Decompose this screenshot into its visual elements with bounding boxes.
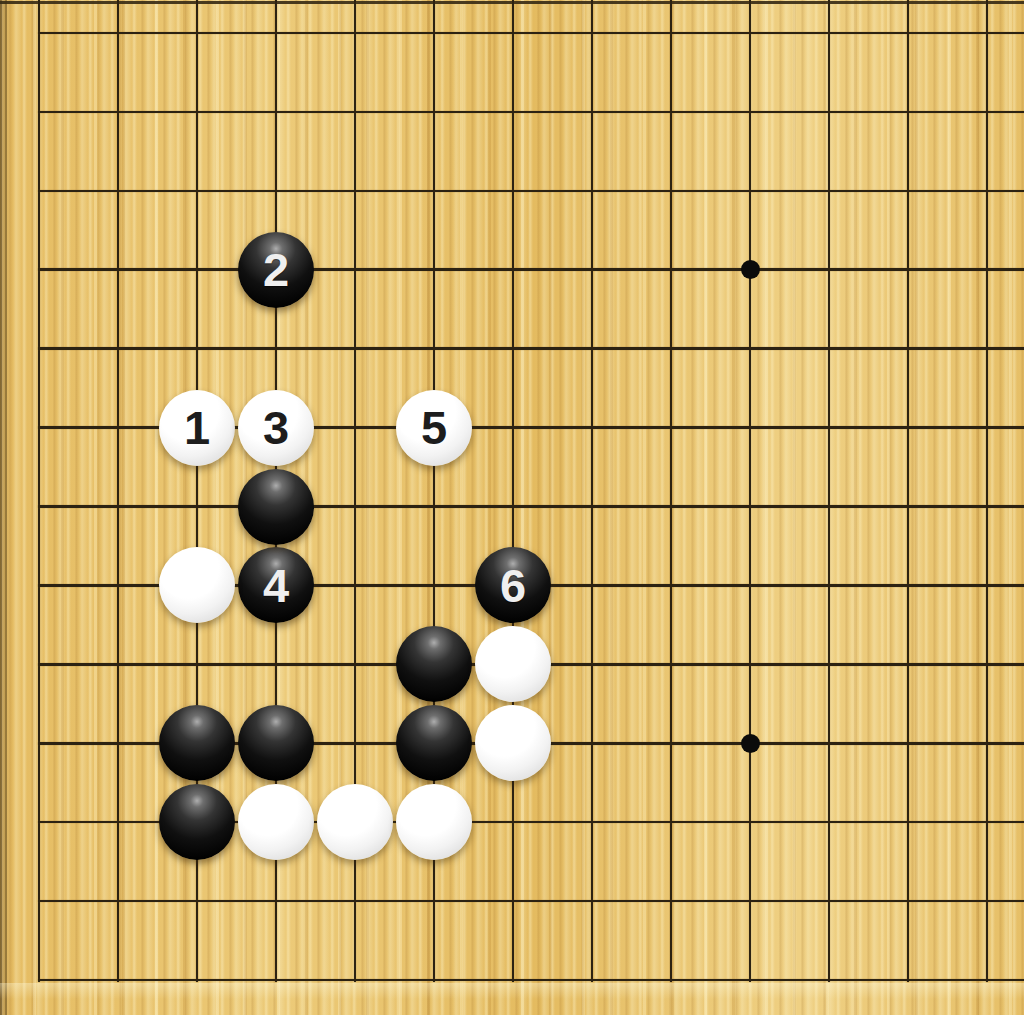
stone-white-e3: [317, 784, 393, 860]
stone-black-f5: [396, 626, 472, 702]
move-number-label: 5: [421, 404, 447, 451]
grid-line-vertical: [670, 0, 673, 982]
grid-line-horizontal: [38, 505, 1024, 508]
bottom-margin-sheen: [0, 983, 1024, 999]
grid-line-vertical: [591, 0, 594, 982]
grid-line-horizontal: [38, 979, 1024, 982]
star-point-k4: [741, 734, 760, 753]
move-number-label: 6: [500, 562, 526, 609]
move-number-label: 4: [263, 562, 289, 609]
stone-white-f3: [396, 784, 472, 860]
grid-line-vertical: [117, 0, 120, 982]
stone-white-d3: [238, 784, 314, 860]
star-point-k10: [741, 260, 760, 279]
grid-line-horizontal: [38, 32, 1024, 35]
grid-line-horizontal: [38, 268, 1024, 271]
stone-black-c3: [159, 784, 235, 860]
grid-line-vertical: [749, 0, 752, 982]
move-number-label: 1: [184, 404, 210, 451]
stone-black-c4: [159, 705, 235, 781]
grid-line-vertical: [828, 0, 831, 982]
stone-black-g6: 6: [475, 547, 551, 623]
go-board[interactable]: 123456: [0, 0, 1024, 1015]
board-left-edge-shading: [0, 0, 14, 1015]
stone-white-c6: [159, 547, 235, 623]
grid-line-horizontal: [38, 190, 1024, 193]
stone-black-d4: [238, 705, 314, 781]
grid-line-vertical: [986, 0, 989, 982]
move-number-label: 3: [263, 404, 289, 451]
stone-white-c8: 1: [159, 390, 235, 466]
grid-line-horizontal: [38, 900, 1024, 903]
grid-line-vertical: [38, 0, 41, 982]
stone-black-d10: 2: [238, 232, 314, 308]
stone-black-f4: [396, 705, 472, 781]
stone-white-d8: 3: [238, 390, 314, 466]
grid-line-vertical: [512, 0, 515, 982]
stone-white-g4: [475, 705, 551, 781]
stone-white-g5: [475, 626, 551, 702]
move-number-label: 2: [263, 246, 289, 293]
grid-line-horizontal: [38, 111, 1024, 114]
grid-line-horizontal: [38, 347, 1024, 350]
stone-black-d7: [238, 469, 314, 545]
stone-white-f8: 5: [396, 390, 472, 466]
grid-line-vertical: [907, 0, 910, 982]
stone-black-d6: 4: [238, 547, 314, 623]
